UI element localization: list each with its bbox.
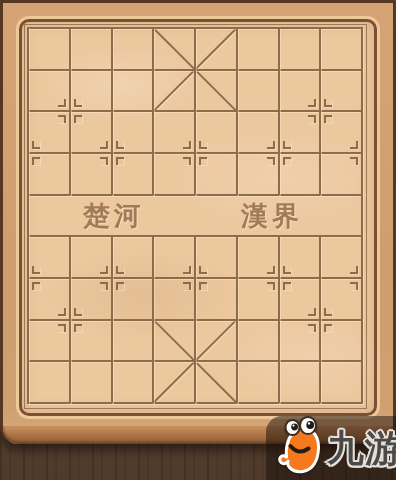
star-point-marker	[283, 266, 291, 274]
star-point-marker	[308, 324, 316, 332]
star-point-marker	[183, 157, 191, 165]
star-point-marker	[58, 308, 66, 316]
star-point-marker	[116, 282, 124, 290]
star-point-marker	[183, 141, 191, 149]
star-point-marker	[100, 157, 108, 165]
star-point-marker	[308, 115, 316, 123]
star-point-marker	[267, 266, 275, 274]
grid-line	[319, 236, 321, 403]
star-point-marker	[199, 282, 207, 290]
grid-line	[152, 28, 154, 195]
grid-line	[278, 28, 280, 195]
grid-line	[69, 28, 71, 195]
grid-line	[319, 28, 321, 195]
star-point-marker	[32, 266, 40, 274]
grid-line	[27, 27, 29, 404]
star-point-marker	[32, 157, 40, 165]
star-point-marker	[350, 157, 358, 165]
star-point-marker	[199, 266, 207, 274]
star-point-marker	[199, 157, 207, 165]
star-point-marker	[308, 308, 316, 316]
9game-mascot-icon	[272, 413, 326, 475]
star-point-marker	[267, 282, 275, 290]
star-point-marker	[116, 266, 124, 274]
star-point-marker	[100, 266, 108, 274]
board-surface: 楚河 漢界	[19, 19, 377, 416]
star-point-marker	[32, 282, 40, 290]
star-point-marker	[283, 157, 291, 165]
star-point-marker	[183, 282, 191, 290]
grid-line	[69, 236, 71, 403]
star-point-marker	[350, 141, 358, 149]
star-point-marker	[100, 141, 108, 149]
table-background: 楚河 漢界 九游	[0, 0, 396, 480]
star-point-marker	[283, 282, 291, 290]
star-point-marker	[74, 308, 82, 316]
grid-line	[236, 236, 238, 403]
star-point-marker	[324, 324, 332, 332]
star-point-marker	[324, 115, 332, 123]
star-point-marker	[116, 141, 124, 149]
board-grid[interactable]: 楚河 漢界	[28, 28, 362, 403]
watermark-badge: 九游	[266, 416, 396, 480]
star-point-marker	[199, 141, 207, 149]
grid-line	[361, 27, 363, 404]
star-point-marker	[324, 99, 332, 107]
grid-line	[111, 236, 113, 403]
star-point-marker	[58, 115, 66, 123]
brand-text: 九游	[327, 430, 396, 467]
star-point-marker	[350, 282, 358, 290]
star-point-marker	[58, 99, 66, 107]
grid-line	[194, 28, 196, 195]
grid-line	[236, 28, 238, 195]
star-point-marker	[183, 266, 191, 274]
star-point-marker	[350, 266, 358, 274]
star-point-marker	[74, 115, 82, 123]
star-point-marker	[308, 99, 316, 107]
star-point-marker	[100, 282, 108, 290]
star-point-marker	[74, 99, 82, 107]
grid-line	[194, 236, 196, 403]
star-point-marker	[116, 157, 124, 165]
grid-line	[152, 236, 154, 403]
star-point-marker	[58, 324, 66, 332]
grid-line	[111, 28, 113, 195]
star-point-marker	[32, 141, 40, 149]
star-point-marker	[74, 324, 82, 332]
star-point-marker	[283, 141, 291, 149]
star-point-marker	[267, 141, 275, 149]
star-point-marker	[267, 157, 275, 165]
star-point-marker	[324, 308, 332, 316]
grid-line	[278, 236, 280, 403]
